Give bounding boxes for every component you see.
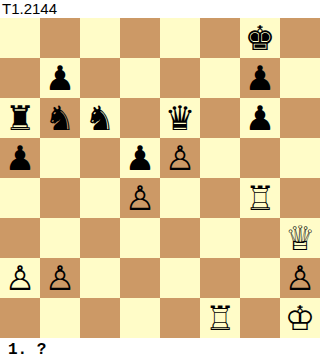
white-rook[interactable]: ♖ (245, 178, 275, 218)
square-b7[interactable]: ♟ (40, 58, 80, 98)
square-h4[interactable] (280, 178, 320, 218)
square-b6[interactable]: ♞ (40, 98, 80, 138)
black-queen[interactable]: ♛ (165, 98, 195, 138)
square-b2[interactable]: ♙ (40, 258, 80, 298)
square-b5[interactable] (40, 138, 80, 178)
chess-puzzle-page: T1.2144 ♚♟♟♜♞♞♛♟♟♟♙♙♖♕♙♙♙♖♔ 1. ? (0, 0, 320, 360)
square-g4[interactable]: ♖ (240, 178, 280, 218)
square-h7[interactable] (280, 58, 320, 98)
square-a1[interactable] (0, 298, 40, 338)
square-f2[interactable] (200, 258, 240, 298)
square-a6[interactable]: ♜ (0, 98, 40, 138)
square-g1[interactable] (240, 298, 280, 338)
black-knight[interactable]: ♞ (45, 98, 75, 138)
square-h1[interactable]: ♔ (280, 298, 320, 338)
square-e3[interactable] (160, 218, 200, 258)
white-pawn[interactable]: ♙ (165, 138, 195, 178)
square-a4[interactable] (0, 178, 40, 218)
square-d2[interactable] (120, 258, 160, 298)
square-a5[interactable]: ♟ (0, 138, 40, 178)
square-a2[interactable]: ♙ (0, 258, 40, 298)
square-f1[interactable]: ♖ (200, 298, 240, 338)
square-d5[interactable]: ♟ (120, 138, 160, 178)
square-e2[interactable] (160, 258, 200, 298)
square-c6[interactable]: ♞ (80, 98, 120, 138)
move-prompt: 1. ? (0, 338, 320, 360)
square-h3[interactable]: ♕ (280, 218, 320, 258)
square-c8[interactable] (80, 18, 120, 58)
square-g8[interactable]: ♚ (240, 18, 280, 58)
white-rook[interactable]: ♖ (205, 298, 235, 338)
square-b3[interactable] (40, 218, 80, 258)
square-e4[interactable] (160, 178, 200, 218)
square-g7[interactable]: ♟ (240, 58, 280, 98)
black-pawn[interactable]: ♟ (45, 58, 75, 98)
black-pawn[interactable]: ♟ (245, 98, 275, 138)
square-h6[interactable] (280, 98, 320, 138)
square-h2[interactable]: ♙ (280, 258, 320, 298)
black-rook[interactable]: ♜ (5, 98, 35, 138)
puzzle-title: T1.2144 (0, 0, 320, 18)
square-b8[interactable] (40, 18, 80, 58)
square-f6[interactable] (200, 98, 240, 138)
square-g3[interactable] (240, 218, 280, 258)
square-f7[interactable] (200, 58, 240, 98)
white-pawn[interactable]: ♙ (285, 258, 315, 298)
white-pawn[interactable]: ♙ (125, 178, 155, 218)
square-a7[interactable] (0, 58, 40, 98)
square-f4[interactable] (200, 178, 240, 218)
square-c5[interactable] (80, 138, 120, 178)
black-pawn[interactable]: ♟ (245, 58, 275, 98)
square-d3[interactable] (120, 218, 160, 258)
square-c2[interactable] (80, 258, 120, 298)
square-f5[interactable] (200, 138, 240, 178)
square-g6[interactable]: ♟ (240, 98, 280, 138)
square-c4[interactable] (80, 178, 120, 218)
square-e6[interactable]: ♛ (160, 98, 200, 138)
square-c7[interactable] (80, 58, 120, 98)
square-h5[interactable] (280, 138, 320, 178)
white-queen[interactable]: ♕ (285, 218, 315, 258)
square-c3[interactable] (80, 218, 120, 258)
square-g2[interactable] (240, 258, 280, 298)
square-e1[interactable] (160, 298, 200, 338)
square-b1[interactable] (40, 298, 80, 338)
square-b4[interactable] (40, 178, 80, 218)
white-king[interactable]: ♔ (285, 298, 315, 338)
square-d8[interactable] (120, 18, 160, 58)
black-king[interactable]: ♚ (245, 18, 275, 58)
square-g5[interactable] (240, 138, 280, 178)
white-pawn[interactable]: ♙ (5, 258, 35, 298)
square-d1[interactable] (120, 298, 160, 338)
square-h8[interactable] (280, 18, 320, 58)
square-d6[interactable] (120, 98, 160, 138)
square-e8[interactable] (160, 18, 200, 58)
square-e7[interactable] (160, 58, 200, 98)
chess-board: ♚♟♟♜♞♞♛♟♟♟♙♙♖♕♙♙♙♖♔ (0, 18, 320, 338)
square-f8[interactable] (200, 18, 240, 58)
white-pawn[interactable]: ♙ (45, 258, 75, 298)
black-pawn[interactable]: ♟ (5, 138, 35, 178)
square-a8[interactable] (0, 18, 40, 58)
square-c1[interactable] (80, 298, 120, 338)
square-a3[interactable] (0, 218, 40, 258)
square-d7[interactable] (120, 58, 160, 98)
square-d4[interactable]: ♙ (120, 178, 160, 218)
square-e5[interactable]: ♙ (160, 138, 200, 178)
black-knight[interactable]: ♞ (85, 98, 115, 138)
square-f3[interactable] (200, 218, 240, 258)
black-pawn[interactable]: ♟ (125, 138, 155, 178)
